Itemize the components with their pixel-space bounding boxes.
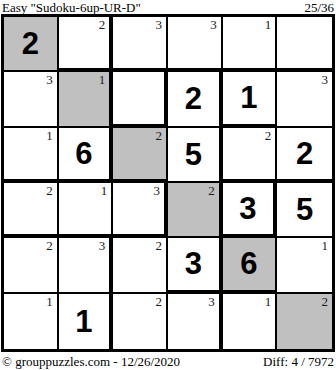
cell-r1c3: 3 (113, 17, 168, 72)
placed-digit: 1 (59, 294, 110, 349)
puzzle-footer: © grouppuzzles.com - 12/26/2020 Diff: 4 … (0, 352, 336, 369)
corner-clue: 1 (99, 72, 106, 87)
corner-clue: 1 (322, 238, 329, 253)
cell-r3c2: 6 (59, 128, 114, 183)
cell-r2c1: 3 (4, 72, 59, 127)
placed-digit: 5 (168, 128, 219, 181)
cell-r4c6: 5 (277, 183, 332, 238)
cell-r6c5: 1 (223, 294, 278, 349)
corner-clue: 2 (156, 128, 163, 143)
placed-digit: 3 (223, 183, 274, 234)
cell-r4c3: 3 (113, 183, 168, 238)
corner-clue: 2 (322, 294, 329, 309)
cell-r5c1: 2 (4, 238, 59, 293)
cell-r5c4: 3 (168, 238, 223, 293)
placed-digit: 6 (223, 238, 276, 289)
cell-r4c4: 2 (168, 183, 223, 238)
corner-clue: 3 (208, 294, 215, 309)
corner-clue: 3 (322, 72, 329, 87)
cell-r5c2: 3 (59, 238, 114, 293)
cell-r4c1: 2 (4, 183, 59, 238)
corner-clue: 1 (46, 128, 53, 143)
corner-clue: 2 (46, 238, 53, 253)
cell-r3c1: 1 (4, 128, 59, 183)
cell-r2c4: 2 (168, 72, 223, 127)
cell-r1c6 (277, 17, 332, 72)
cell-r6c3: 2 (113, 294, 168, 349)
cell-r4c2: 1 (59, 183, 114, 238)
corner-clue: 1 (46, 294, 53, 309)
corner-clue: 2 (208, 183, 215, 198)
corner-clue: 1 (265, 17, 272, 32)
corner-clue: 2 (46, 183, 53, 198)
corner-clue: 2 (99, 17, 106, 32)
placed-digit: 5 (277, 183, 332, 236)
sudoku-board: 2233131213162522213235232361112312 (1, 14, 335, 352)
placed-digit: 2 (4, 17, 57, 70)
copyright-text: © grouppuzzles.com - 12/26/2020 (2, 355, 180, 369)
cell-r2c2: 1 (59, 72, 114, 127)
cell-r6c6: 2 (277, 294, 332, 349)
corner-clue: 1 (265, 294, 272, 309)
corner-clue: 3 (99, 238, 106, 253)
cell-r5c6: 1 (277, 238, 332, 293)
cell-r3c4: 5 (168, 128, 223, 183)
placed-digit: 2 (168, 72, 219, 125)
corner-clue: 3 (156, 17, 163, 32)
corner-clue: 2 (156, 238, 163, 253)
cell-r1c5: 1 (223, 17, 278, 72)
corner-clue: 3 (154, 183, 161, 198)
difficulty-text: Diff: 4 / 7972 (263, 355, 334, 369)
cell-r5c3: 2 (113, 238, 168, 293)
cell-r3c3: 2 (113, 128, 168, 183)
cell-r6c1: 1 (4, 294, 59, 349)
placed-digit: 2 (277, 128, 332, 179)
cell-r6c4: 3 (168, 294, 223, 349)
corner-clue: 2 (265, 128, 272, 143)
cell-r3c5: 2 (223, 128, 278, 183)
cell-r2c5: 1 (223, 72, 278, 127)
puzzle-title: Easy "Sudoku-6up-UR-D" (2, 2, 141, 14)
placed-digit: 6 (59, 128, 110, 179)
cell-r2c6: 3 (277, 72, 332, 127)
cell-r1c4: 3 (168, 17, 223, 72)
cell-r3c6: 2 (277, 128, 332, 183)
corner-clue: 3 (46, 72, 53, 87)
placed-digit: 1 (223, 72, 276, 123)
cell-r1c2: 2 (59, 17, 114, 72)
puzzle-counter: 25/36 (304, 2, 334, 14)
corner-clue: 1 (101, 183, 108, 198)
cell-r1c1: 2 (4, 17, 59, 72)
corner-clue: 3 (210, 17, 217, 32)
puzzle-header: Easy "Sudoku-6up-UR-D" 25/36 (0, 0, 336, 14)
cell-r4c5: 3 (223, 183, 278, 238)
cell-r2c3 (113, 72, 168, 127)
corner-clue: 2 (156, 294, 163, 309)
cell-r6c2: 1 (59, 294, 114, 349)
cell-r5c5: 6 (223, 238, 278, 293)
placed-digit: 3 (168, 238, 219, 289)
